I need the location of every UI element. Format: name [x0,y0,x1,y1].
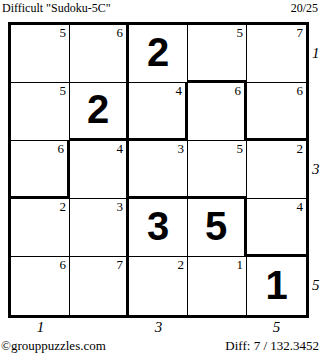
row-label-1: 1 [312,46,320,61]
corner-clue: 5 [60,26,67,40]
col-label-5: 5 [273,320,281,335]
corner-clue: 7 [117,258,124,272]
cell-r3c2[interactable]: 4 [70,141,129,199]
cell-r2c1[interactable]: 5 [11,83,70,141]
row-label-3: 3 [312,162,320,177]
cell-r5c2[interactable]: 7 [70,257,129,315]
cell-r4c4[interactable]: 5 [188,199,247,257]
cell-r5c4[interactable]: 1 [188,257,247,315]
cell-r1c1[interactable]: 5 [11,25,70,83]
corner-clue: 2 [178,258,185,272]
corner-clue: 1 [237,258,244,272]
filled-digit: 1 [265,265,287,308]
corner-clue: 6 [58,142,65,156]
row-label-5: 5 [312,278,320,293]
corner-clue: 2 [60,200,67,214]
corner-clue: 5 [237,142,244,156]
cell-r4c2[interactable]: 3 [70,199,129,257]
corner-clue: 4 [176,84,183,98]
cell-r3c4[interactable]: 5 [188,141,247,199]
difficulty-text: Diff: 7 / 132.3452 [225,338,319,354]
corner-clue: 5 [60,84,67,98]
cell-r4c3[interactable]: 3 [129,199,188,257]
cell-r3c1[interactable]: 6 [11,141,70,199]
cell-r2c3[interactable]: 4 [129,83,188,141]
corner-clue: 6 [297,84,304,98]
sudoku-board: 5625752466643522335467211 [8,22,309,318]
cell-r3c5[interactable]: 2 [247,141,306,199]
filled-digit: 3 [147,206,169,249]
corner-clue: 2 [297,142,304,156]
cell-r3c3[interactable]: 3 [129,141,188,199]
cell-r5c5[interactable]: 1 [247,257,306,315]
cell-r4c1[interactable]: 2 [11,199,70,257]
filled-digit: 5 [205,206,227,249]
corner-clue: 6 [235,84,242,98]
col-label-1: 1 [37,320,45,335]
copyright-text: ©grouppuzzles.com [1,338,106,354]
cell-r5c3[interactable]: 2 [129,257,188,315]
cell-r1c3[interactable]: 2 [129,25,188,83]
corner-clue: 6 [60,258,67,272]
corner-clue: 5 [237,26,244,40]
corner-clue: 7 [297,26,304,40]
page-title: Difficult "Sudoku-5C" [2,1,111,16]
filled-digit: 2 [147,32,169,75]
cell-r4c5[interactable]: 4 [247,199,306,257]
puzzle-counter: 20/25 [291,1,318,16]
corner-clue: 4 [297,200,304,214]
cell-r2c4[interactable]: 6 [188,83,247,141]
cell-r1c5[interactable]: 7 [247,25,306,83]
corner-clue: 3 [178,142,185,156]
cell-r5c1[interactable]: 6 [11,257,70,315]
corner-clue: 3 [117,200,124,214]
cell-r2c5[interactable]: 6 [247,83,306,141]
col-label-3: 3 [155,320,163,335]
cell-r2c2[interactable]: 2 [70,83,129,141]
corner-clue: 4 [117,142,124,156]
corner-clue: 6 [117,26,124,40]
filled-digit: 2 [87,89,109,132]
cell-r1c4[interactable]: 5 [188,25,247,83]
cell-r1c2[interactable]: 6 [70,25,129,83]
